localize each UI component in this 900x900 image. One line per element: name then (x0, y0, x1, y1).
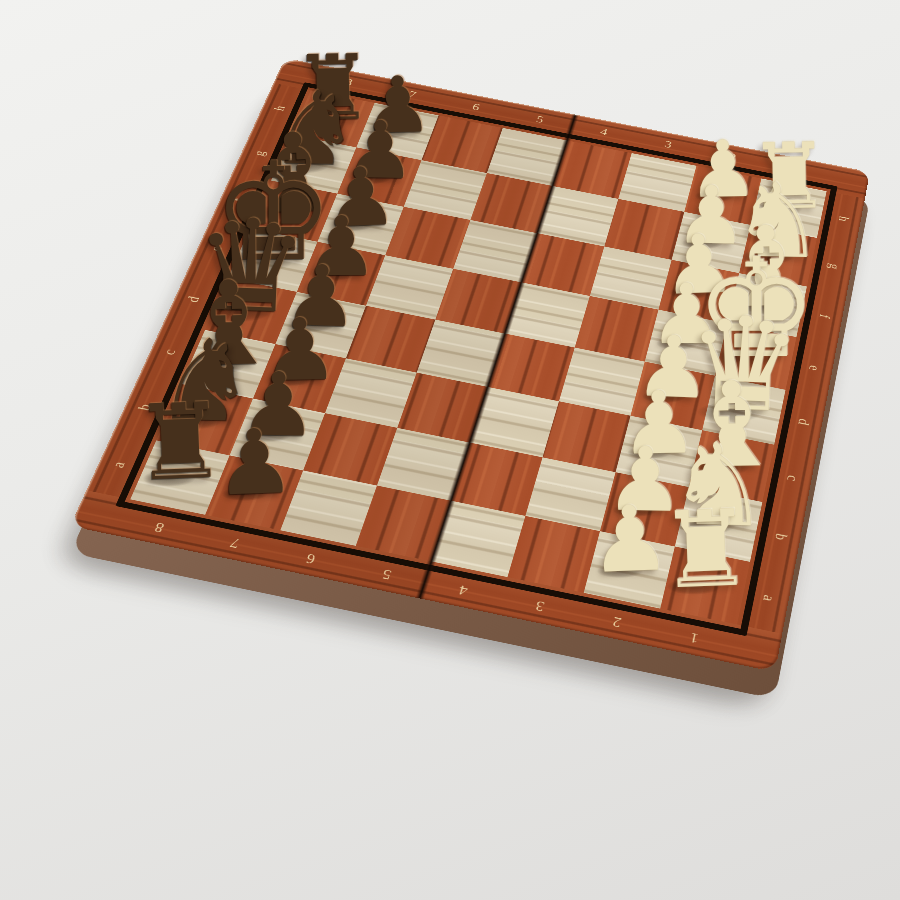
pieces-layer: ♜♟♞♟♟♜♝♟♟♞♚♟♟♝♛♟♟♚♝♟♟♛♞♟♟♝♜♟♟♞♟♜ (0, 0, 900, 900)
piece-black-pawn-a7: ♟ (213, 417, 297, 510)
photo-scene: aabbccddeeffgghh1122334455667788 ♜♟♞♟♟♜♝… (0, 0, 900, 900)
piece-white-rook-a1: ♜ (657, 496, 755, 605)
